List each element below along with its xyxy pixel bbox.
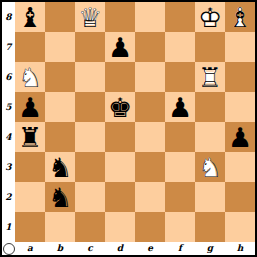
rank-label-2: 2 (2, 182, 15, 212)
piece-outline: ♔ (195, 2, 225, 32)
rank-label-7: 7 (2, 32, 15, 62)
square-e8[interactable] (135, 2, 165, 32)
black-pawn-f5[interactable]: ♟ (165, 92, 195, 122)
square-f8[interactable] (165, 2, 195, 32)
white-bishop-h8[interactable]: ♝♗ (225, 2, 255, 32)
square-f5[interactable]: ♟ (165, 92, 195, 122)
square-c5[interactable] (75, 92, 105, 122)
square-b1[interactable] (45, 212, 75, 242)
rank-label-5: 5 (2, 92, 15, 122)
rank-label-4: 4 (2, 122, 15, 152)
square-b8[interactable] (45, 2, 75, 32)
square-a8[interactable]: ♝ (15, 2, 45, 32)
square-a4[interactable]: ♜ (15, 122, 45, 152)
square-e5[interactable] (135, 92, 165, 122)
black-pawn-h4[interactable]: ♟ (225, 122, 255, 152)
square-g7[interactable] (195, 32, 225, 62)
piece-outline: ♕ (75, 2, 105, 32)
piece-outline: ♖ (195, 62, 225, 92)
square-g8[interactable]: ♚♔ (195, 2, 225, 32)
square-d4[interactable] (105, 122, 135, 152)
black-pawn-d7[interactable]: ♟ (105, 32, 135, 62)
square-f2[interactable] (165, 182, 195, 212)
square-d8[interactable] (105, 2, 135, 32)
square-e1[interactable] (135, 212, 165, 242)
white-queen-c8[interactable]: ♛♕ (75, 2, 105, 32)
rank-label-3: 3 (2, 152, 15, 182)
file-label-a: a (15, 242, 45, 255)
file-label-d: d (105, 242, 135, 255)
square-c8[interactable]: ♛♕ (75, 2, 105, 32)
square-c4[interactable] (75, 122, 105, 152)
square-h8[interactable]: ♝♗ (225, 2, 255, 32)
black-king-d5[interactable]: ♚ (105, 92, 135, 122)
square-h3[interactable] (225, 152, 255, 182)
file-labels: abcdefgh (15, 242, 255, 255)
square-b2[interactable]: ♞ (45, 182, 75, 212)
piece-outline: ♘ (15, 62, 45, 92)
file-label-c: c (75, 242, 105, 255)
square-b6[interactable] (45, 62, 75, 92)
file-label-b: b (45, 242, 75, 255)
square-h7[interactable] (225, 32, 255, 62)
square-g5[interactable] (195, 92, 225, 122)
file-label-f: f (165, 242, 195, 255)
white-rook-g6[interactable]: ♜♖ (195, 62, 225, 92)
square-e4[interactable] (135, 122, 165, 152)
square-g3[interactable]: ♞♘ (195, 152, 225, 182)
square-d6[interactable] (105, 62, 135, 92)
square-d2[interactable] (105, 182, 135, 212)
square-b4[interactable] (45, 122, 75, 152)
piece-glyph: ♚ (105, 92, 135, 122)
black-knight-b2[interactable]: ♞ (45, 182, 75, 212)
square-a5[interactable]: ♟ (15, 92, 45, 122)
white-knight-a6[interactable]: ♞♘ (15, 62, 45, 92)
black-knight-b3[interactable]: ♞ (45, 152, 75, 182)
square-e3[interactable] (135, 152, 165, 182)
square-g2[interactable] (195, 182, 225, 212)
board[interactable]: ♝♛♕♚♔♝♗♟♞♘♜♖♟♚♟♜♟♞♞♘♞ (15, 2, 255, 242)
square-b7[interactable] (45, 32, 75, 62)
piece-glyph: ♟ (165, 92, 195, 122)
rank-label-1: 1 (2, 212, 15, 242)
piece-glyph: ♟ (105, 32, 135, 62)
white-knight-g3[interactable]: ♞♘ (195, 152, 225, 182)
black-rook-a4[interactable]: ♜ (15, 122, 45, 152)
square-h1[interactable] (225, 212, 255, 242)
piece-glyph: ♞ (45, 182, 75, 212)
square-h6[interactable] (225, 62, 255, 92)
square-d7[interactable]: ♟ (105, 32, 135, 62)
square-d1[interactable] (105, 212, 135, 242)
square-h4[interactable]: ♟ (225, 122, 255, 152)
piece-outline: ♘ (195, 152, 225, 182)
square-b5[interactable] (45, 92, 75, 122)
square-g4[interactable] (195, 122, 225, 152)
square-a6[interactable]: ♞♘ (15, 62, 45, 92)
square-c3[interactable] (75, 152, 105, 182)
diagram-inner: 87654321 ♝♛♕♚♔♝♗♟♞♘♜♖♟♚♟♜♟♞♞♘♞ abcdefgh (2, 2, 255, 255)
square-a3[interactable] (15, 152, 45, 182)
square-g6[interactable]: ♜♖ (195, 62, 225, 92)
square-f3[interactable] (165, 152, 195, 182)
square-f1[interactable] (165, 212, 195, 242)
file-label-e: e (135, 242, 165, 255)
piece-glyph: ♟ (15, 92, 45, 122)
square-b3[interactable]: ♞ (45, 152, 75, 182)
piece-glyph: ♟ (225, 122, 255, 152)
square-c1[interactable] (75, 212, 105, 242)
piece-glyph: ♞ (45, 152, 75, 182)
chess-diagram: 87654321 ♝♛♕♚♔♝♗♟♞♘♜♖♟♚♟♜♟♞♞♘♞ abcdefgh (0, 0, 257, 257)
square-f4[interactable] (165, 122, 195, 152)
square-d3[interactable] (105, 152, 135, 182)
piece-outline: ♗ (225, 2, 255, 32)
square-a1[interactable] (15, 212, 45, 242)
piece-glyph: ♜ (15, 122, 45, 152)
square-a7[interactable] (15, 32, 45, 62)
square-f6[interactable] (165, 62, 195, 92)
square-g1[interactable] (195, 212, 225, 242)
square-e2[interactable] (135, 182, 165, 212)
square-c6[interactable] (75, 62, 105, 92)
rank-label-8: 8 (2, 2, 15, 32)
square-d5[interactable]: ♚ (105, 92, 135, 122)
rank-labels: 87654321 (2, 2, 15, 242)
black-bishop-a8[interactable]: ♝ (15, 2, 45, 32)
square-f7[interactable] (165, 32, 195, 62)
piece-glyph: ♝ (15, 2, 45, 32)
white-to-move-indicator (3, 243, 15, 255)
black-pawn-a5[interactable]: ♟ (15, 92, 45, 122)
square-e7[interactable] (135, 32, 165, 62)
square-h5[interactable] (225, 92, 255, 122)
square-h2[interactable] (225, 182, 255, 212)
square-c7[interactable] (75, 32, 105, 62)
square-c2[interactable] (75, 182, 105, 212)
square-a2[interactable] (15, 182, 45, 212)
file-label-h: h (225, 242, 255, 255)
rank-label-6: 6 (2, 62, 15, 92)
file-label-g: g (195, 242, 225, 255)
white-king-g8[interactable]: ♚♔ (195, 2, 225, 32)
square-e6[interactable] (135, 62, 165, 92)
